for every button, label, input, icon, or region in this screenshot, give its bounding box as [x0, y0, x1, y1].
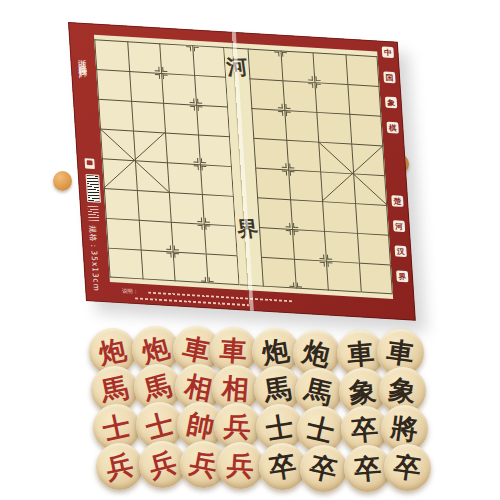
piece-character: 卒	[307, 452, 339, 484]
piece-character: 炮	[139, 332, 172, 365]
piece-character: 馬	[98, 373, 130, 405]
piece-character: 士	[264, 412, 295, 443]
piece-character: 車	[346, 338, 375, 367]
xiangqi-piece-red: 兵	[217, 442, 264, 489]
piece-character: 車	[385, 337, 415, 367]
xiangqi-piece-red: 兵	[139, 441, 186, 488]
pieces-tray: 炮炮車車炮炮車車馬馬相相馬馬象象士士帥兵士士卒將兵兵兵兵卒卒卒卒	[0, 0, 500, 500]
piece-character: 卒	[267, 451, 298, 482]
piece-character: 相	[221, 374, 250, 403]
piece-character: 卒	[392, 452, 422, 482]
piece-character: 兵	[226, 451, 255, 480]
piece-character: 士	[100, 411, 132, 443]
piece-character: 馬	[141, 370, 174, 403]
piece-character: 象	[348, 376, 377, 405]
piece-character: 兵	[223, 412, 252, 441]
piece-character: 象	[387, 375, 417, 405]
xiangqi-piece-red: 兵	[96, 443, 143, 490]
piece-character: 炮	[260, 336, 291, 367]
piece-character: 帥	[185, 409, 217, 441]
xiangqi-piece-black: 卒	[300, 445, 347, 492]
piece-character: 馬	[302, 375, 334, 407]
piece-character: 車	[219, 336, 248, 365]
xiangqi-piece-black: 卒	[384, 444, 431, 491]
piece-character: 將	[389, 413, 419, 443]
piece-character: 兵	[146, 447, 179, 480]
piece-character: 兵	[103, 450, 135, 482]
piece-character: 炮	[300, 337, 332, 369]
piece-character: 相	[183, 371, 215, 403]
piece-character: 馬	[262, 374, 293, 405]
piece-character: 士	[304, 413, 336, 445]
piece-character: 卒	[353, 453, 382, 482]
piece-character: 士	[143, 408, 176, 441]
piece-character: 車	[181, 333, 213, 365]
piece-character: 兵	[188, 448, 220, 480]
piece-character: 卒	[350, 414, 379, 443]
product-photo: 河 界 浙江武义棋牌厂 规格：35x13cm 说明： 中国象棋楚河汉界 炮炮車車…	[0, 0, 500, 500]
piece-character: 炮	[96, 335, 128, 367]
